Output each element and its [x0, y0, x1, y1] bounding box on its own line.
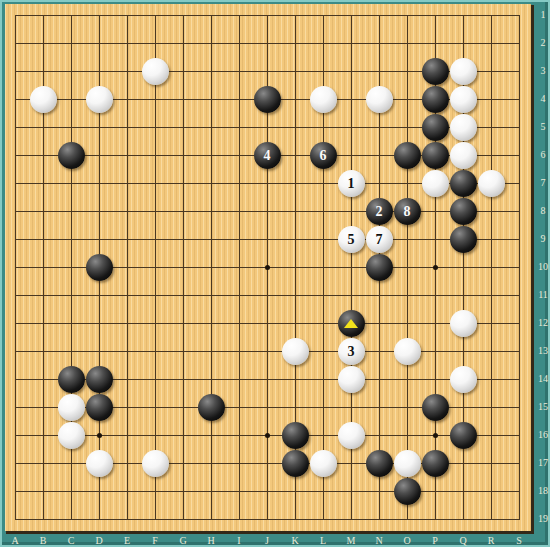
- go-board-app: 46128573 ABCDEFGHIJKLMNOPQRS123456789101…: [0, 0, 550, 547]
- stone-D14-black[interactable]: [86, 366, 113, 393]
- column-label-E: E: [119, 535, 135, 546]
- stone-C6-black[interactable]: [58, 142, 85, 169]
- stone-Q12-white[interactable]: [450, 310, 477, 337]
- row-label-5: 5: [535, 121, 550, 132]
- star-point: [433, 433, 438, 438]
- stone-J6-black[interactable]: 4: [254, 142, 281, 169]
- grid-line-horizontal: [15, 295, 520, 296]
- grid-line-horizontal: [15, 351, 520, 352]
- stone-L6-black[interactable]: 6: [310, 142, 337, 169]
- stone-O8-black[interactable]: 8: [394, 198, 421, 225]
- stone-P6-black[interactable]: [422, 142, 449, 169]
- stone-M9-white[interactable]: 5: [338, 226, 365, 253]
- stone-K13-white[interactable]: [282, 338, 309, 365]
- grid-line-horizontal: [15, 491, 520, 492]
- grid-line-vertical: [519, 15, 520, 520]
- row-label-15: 15: [535, 401, 550, 412]
- column-label-M: M: [343, 535, 359, 546]
- stone-M7-white[interactable]: 1: [338, 170, 365, 197]
- row-label-10: 10: [535, 261, 550, 272]
- move-number-label: 5: [338, 226, 365, 253]
- move-number-label: 8: [394, 198, 421, 225]
- stone-L4-white[interactable]: [310, 86, 337, 113]
- row-label-9: 9: [535, 233, 550, 244]
- stone-C16-white[interactable]: [58, 422, 85, 449]
- stone-C15-white[interactable]: [58, 394, 85, 421]
- stone-D15-black[interactable]: [86, 394, 113, 421]
- row-label-4: 4: [535, 93, 550, 104]
- column-label-L: L: [315, 535, 331, 546]
- stone-D10-black[interactable]: [86, 254, 113, 281]
- stone-N8-black[interactable]: 2: [366, 198, 393, 225]
- row-label-2: 2: [535, 37, 550, 48]
- star-point: [265, 433, 270, 438]
- stone-D17-white[interactable]: [86, 450, 113, 477]
- column-label-C: C: [63, 535, 79, 546]
- row-label-8: 8: [535, 205, 550, 216]
- column-label-I: I: [231, 535, 247, 546]
- grid-line-horizontal: [15, 323, 520, 324]
- move-number-label: 3: [338, 338, 365, 365]
- column-label-S: S: [511, 535, 527, 546]
- move-number-label: 4: [254, 142, 281, 169]
- column-label-N: N: [371, 535, 387, 546]
- row-label-16: 16: [535, 429, 550, 440]
- column-label-J: J: [259, 535, 275, 546]
- stone-Q7-black[interactable]: [450, 170, 477, 197]
- stone-P4-black[interactable]: [422, 86, 449, 113]
- stone-B4-white[interactable]: [30, 86, 57, 113]
- stone-O18-black[interactable]: [394, 478, 421, 505]
- stone-K17-black[interactable]: [282, 450, 309, 477]
- stone-M12-black[interactable]: [338, 310, 365, 337]
- stone-J4-black[interactable]: [254, 86, 281, 113]
- stone-P17-black[interactable]: [422, 450, 449, 477]
- row-label-6: 6: [535, 149, 550, 160]
- column-label-K: K: [287, 535, 303, 546]
- column-label-G: G: [175, 535, 191, 546]
- grid-line-horizontal: [15, 519, 520, 520]
- row-label-1: 1: [535, 9, 550, 20]
- grid-line-vertical: [491, 15, 492, 520]
- stone-H15-black[interactable]: [198, 394, 225, 421]
- row-label-12: 12: [535, 317, 550, 328]
- column-label-B: B: [35, 535, 51, 546]
- star-point: [97, 433, 102, 438]
- row-label-18: 18: [535, 485, 550, 496]
- board-surface[interactable]: 46128573: [5, 4, 531, 531]
- stone-F3-white[interactable]: [142, 58, 169, 85]
- column-label-A: A: [7, 535, 23, 546]
- board-grid: 46128573: [15, 15, 519, 519]
- stone-D4-white[interactable]: [86, 86, 113, 113]
- stone-K16-black[interactable]: [282, 422, 309, 449]
- stone-Q9-black[interactable]: [450, 226, 477, 253]
- column-label-R: R: [483, 535, 499, 546]
- column-label-P: P: [427, 535, 443, 546]
- move-number-label: 7: [366, 226, 393, 253]
- move-number-label: 6: [310, 142, 337, 169]
- row-label-14: 14: [535, 373, 550, 384]
- triangle-mark-icon: [344, 319, 358, 328]
- stone-P15-black[interactable]: [422, 394, 449, 421]
- stone-N4-white[interactable]: [366, 86, 393, 113]
- row-label-13: 13: [535, 345, 550, 356]
- row-label-17: 17: [535, 457, 550, 468]
- stone-Q4-white[interactable]: [450, 86, 477, 113]
- stone-M13-white[interactable]: 3: [338, 338, 365, 365]
- stone-R7-white[interactable]: [478, 170, 505, 197]
- stone-C14-black[interactable]: [58, 366, 85, 393]
- stone-P7-white[interactable]: [422, 170, 449, 197]
- row-label-19: 19: [535, 513, 550, 524]
- stone-Q8-black[interactable]: [450, 198, 477, 225]
- column-label-Q: Q: [455, 535, 471, 546]
- stone-M14-white[interactable]: [338, 366, 365, 393]
- stone-M16-white[interactable]: [338, 422, 365, 449]
- stone-Q14-white[interactable]: [450, 366, 477, 393]
- stone-Q5-white[interactable]: [450, 114, 477, 141]
- stone-Q16-black[interactable]: [450, 422, 477, 449]
- stone-N9-white[interactable]: 7: [366, 226, 393, 253]
- stone-O17-white[interactable]: [394, 450, 421, 477]
- stone-Q3-white[interactable]: [450, 58, 477, 85]
- stone-P3-black[interactable]: [422, 58, 449, 85]
- stone-O6-black[interactable]: [394, 142, 421, 169]
- stone-O13-white[interactable]: [394, 338, 421, 365]
- move-number-label: 1: [338, 170, 365, 197]
- stone-F17-white[interactable]: [142, 450, 169, 477]
- stone-N10-black[interactable]: [366, 254, 393, 281]
- stone-L17-white[interactable]: [310, 450, 337, 477]
- column-label-H: H: [203, 535, 219, 546]
- stone-Q6-white[interactable]: [450, 142, 477, 169]
- stone-P5-black[interactable]: [422, 114, 449, 141]
- row-label-7: 7: [535, 177, 550, 188]
- grid-line-vertical: [407, 15, 408, 520]
- star-point: [433, 265, 438, 270]
- move-number-label: 2: [366, 198, 393, 225]
- column-label-O: O: [399, 535, 415, 546]
- star-point: [265, 265, 270, 270]
- stone-N17-black[interactable]: [366, 450, 393, 477]
- column-label-F: F: [147, 535, 163, 546]
- row-label-11: 11: [535, 289, 550, 300]
- column-label-D: D: [91, 535, 107, 546]
- row-label-3: 3: [535, 65, 550, 76]
